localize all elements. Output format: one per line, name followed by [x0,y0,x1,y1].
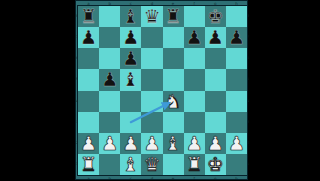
left-letterbox [0,0,75,180]
video-frame: abcdefgh abcdefgh 87654321 87654321 ♜♝♛♜… [0,0,320,180]
square-b2[interactable]: ♟ [99,133,120,154]
square-d7[interactable] [141,27,162,48]
square-h2[interactable]: ♟ [226,133,247,154]
square-c1[interactable]: ♝ [120,154,141,175]
square-h3[interactable] [226,112,247,133]
square-e3[interactable] [163,112,184,133]
piece-black-rook-e8: ♜ [165,6,182,27]
square-f3[interactable] [184,112,205,133]
piece-white-pawn-h2: ♟ [228,132,245,153]
file-label-g: g [205,2,226,6]
piece-black-bishop-c8: ♝ [122,6,139,27]
square-g8[interactable]: ♚ [205,6,226,27]
piece-black-pawn-c7: ♟ [122,27,139,48]
file-label-d: d [141,177,162,181]
square-f4[interactable] [184,91,205,112]
chess-board: abcdefgh abcdefgh 87654321 87654321 ♜♝♛♜… [75,0,248,180]
square-g5[interactable] [205,69,226,90]
square-a4[interactable] [78,91,99,112]
piece-white-rook-f1: ♜ [186,153,203,174]
square-f5[interactable] [184,69,205,90]
square-d6[interactable] [141,48,162,69]
piece-black-bishop-c5: ♝ [122,69,139,90]
file-label-h: h [226,2,247,6]
square-c5[interactable]: ♝ [120,69,141,90]
square-b8[interactable] [99,6,120,27]
piece-black-pawn-f7: ♟ [186,27,203,48]
square-b1[interactable] [99,154,120,175]
piece-white-rook-a1: ♜ [80,153,97,174]
square-h6[interactable] [226,48,247,69]
piece-white-pawn-b2: ♟ [101,132,118,153]
square-e5[interactable] [163,69,184,90]
piece-black-pawn-c6: ♟ [122,48,139,69]
square-g7[interactable]: ♟ [205,27,226,48]
square-a7[interactable]: ♟ [78,27,99,48]
square-e6[interactable] [163,48,184,69]
square-g1[interactable]: ♚ [205,154,226,175]
square-a8[interactable]: ♜ [78,6,99,27]
file-label-e: e [163,2,184,6]
square-f8[interactable] [184,6,205,27]
square-a1[interactable]: ♜ [78,154,99,175]
square-c8[interactable]: ♝ [120,6,141,27]
square-e2[interactable]: ♝ [163,133,184,154]
piece-white-king-g1: ♚ [207,153,224,174]
file-label-e: e [163,177,184,181]
file-label-b: b [99,177,120,181]
piece-black-king-g8: ♚ [207,6,224,27]
file-label-b: b [99,2,120,6]
piece-black-pawn-g7: ♟ [207,27,224,48]
file-label-h: h [226,177,247,181]
piece-white-knight-e4: ♞ [165,90,182,111]
file-label-a: a [78,177,99,181]
right-letterbox [248,0,320,180]
square-e4[interactable]: ♞ [163,91,184,112]
square-c3[interactable] [120,112,141,133]
file-label-f: f [184,177,205,181]
file-label-g: g [205,177,226,181]
square-d2[interactable]: ♟ [141,133,162,154]
square-b7[interactable] [99,27,120,48]
piece-white-bishop-e2: ♝ [165,132,182,153]
square-h5[interactable] [226,69,247,90]
square-g6[interactable] [205,48,226,69]
square-c7[interactable]: ♟ [120,27,141,48]
piece-white-pawn-c2: ♟ [122,132,139,153]
square-f6[interactable] [184,48,205,69]
square-e1[interactable] [163,154,184,175]
square-c2[interactable]: ♟ [120,133,141,154]
file-label-d: d [141,2,162,6]
file-label-c: c [120,2,141,6]
piece-white-queen-d1: ♛ [143,153,160,174]
file-label-f: f [184,2,205,6]
piece-white-pawn-a2: ♟ [80,132,97,153]
square-g2[interactable]: ♟ [205,133,226,154]
piece-white-pawn-d2: ♟ [143,132,160,153]
square-a6[interactable] [78,48,99,69]
square-b5[interactable]: ♟ [99,69,120,90]
square-e8[interactable]: ♜ [163,6,184,27]
square-b6[interactable] [99,48,120,69]
square-a3[interactable] [78,112,99,133]
square-e7[interactable] [163,27,184,48]
square-h4[interactable] [226,91,247,112]
piece-white-bishop-c1: ♝ [122,153,139,174]
piece-black-pawn-h7: ♟ [228,27,245,48]
piece-black-pawn-b5: ♟ [101,69,118,90]
board-squares: ♜♝♛♜♚♟♟♟♟♟♟♟♝♞♟♟♟♟♝♟♟♟♜♝♛♜♚ [78,6,247,175]
square-d3[interactable] [141,112,162,133]
square-g4[interactable] [205,91,226,112]
file-label-a: a [78,2,99,6]
square-f2[interactable]: ♟ [184,133,205,154]
square-d1[interactable]: ♛ [141,154,162,175]
square-d8[interactable]: ♛ [141,6,162,27]
square-b4[interactable] [99,91,120,112]
piece-white-pawn-f2: ♟ [186,132,203,153]
piece-black-queen-d8: ♛ [143,6,160,27]
piece-black-rook-a8: ♜ [80,6,97,27]
file-label-c: c [120,177,141,181]
file-labels-bottom: abcdefgh [78,176,247,180]
square-h8[interactable] [226,6,247,27]
square-d5[interactable] [141,69,162,90]
square-d4[interactable] [141,91,162,112]
square-b3[interactable] [99,112,120,133]
square-c6[interactable]: ♟ [120,48,141,69]
square-h7[interactable]: ♟ [226,27,247,48]
piece-black-pawn-a7: ♟ [80,27,97,48]
square-f1[interactable]: ♜ [184,154,205,175]
square-h1[interactable] [226,154,247,175]
square-c4[interactable] [120,91,141,112]
square-g3[interactable] [205,112,226,133]
square-a5[interactable] [78,69,99,90]
square-f7[interactable]: ♟ [184,27,205,48]
square-a2[interactable]: ♟ [78,133,99,154]
piece-white-pawn-g2: ♟ [207,132,224,153]
